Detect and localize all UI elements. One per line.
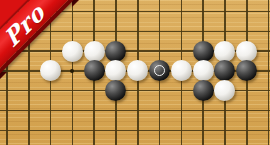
board-intersection[interactable]: ● bbox=[127, 61, 149, 81]
black-stone[interactable]: ● bbox=[84, 60, 105, 81]
board-intersection[interactable]: ● bbox=[40, 61, 62, 81]
board-intersection[interactable]: ● bbox=[236, 61, 258, 81]
black-stone[interactable]: ● bbox=[105, 80, 126, 101]
go-board[interactable]: ●●●●●●●●●●●●●●●●●● bbox=[0, 0, 270, 145]
go-board-screenshot: ●●●●●●●●●●●●●●●●●● Pro bbox=[0, 0, 270, 145]
last-move-marker-icon bbox=[154, 65, 165, 76]
board-intersection[interactable]: ● bbox=[192, 81, 214, 101]
white-stone[interactable]: ● bbox=[127, 60, 148, 81]
white-stone[interactable]: ● bbox=[171, 60, 192, 81]
board-intersection[interactable]: ● bbox=[83, 61, 105, 81]
board-intersection[interactable]: ● bbox=[170, 61, 192, 81]
board-intersection[interactable]: ● bbox=[62, 41, 84, 61]
white-stone[interactable]: ● bbox=[62, 41, 83, 62]
last-move-stone[interactable]: ● bbox=[149, 60, 170, 81]
white-stone[interactable]: ● bbox=[214, 80, 235, 101]
board-intersection[interactable]: ● bbox=[105, 81, 127, 101]
board-intersection[interactable]: ● bbox=[149, 61, 171, 81]
board-intersection[interactable]: ● bbox=[214, 81, 236, 101]
black-stone[interactable]: ● bbox=[193, 80, 214, 101]
black-stone[interactable]: ● bbox=[236, 60, 257, 81]
white-stone[interactable]: ● bbox=[40, 60, 61, 81]
stones-grid: ●●●●●●●●●●●●●●●●●● bbox=[0, 2, 270, 141]
